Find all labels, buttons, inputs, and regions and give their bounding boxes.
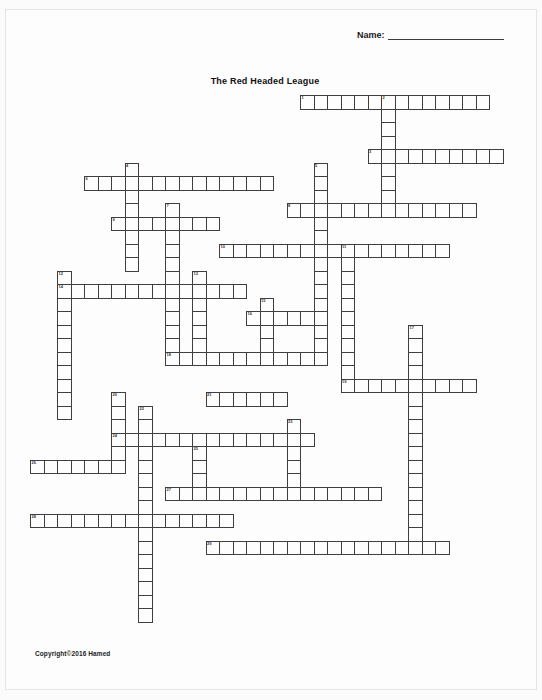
- crossword-cell[interactable]: [314, 271, 329, 286]
- crossword-cell[interactable]: [138, 446, 153, 461]
- crossword-cell[interactable]: [219, 541, 234, 556]
- crossword-cell[interactable]: [327, 244, 342, 259]
- clue-number: 14: [59, 285, 63, 289]
- crossword-cell[interactable]: [408, 473, 423, 488]
- crossword-cell[interactable]: [422, 379, 437, 394]
- crossword-cell[interactable]: [57, 325, 72, 340]
- crossword-cell[interactable]: [314, 325, 329, 340]
- crossword-cell[interactable]: [408, 419, 423, 434]
- crossword-cell[interactable]: [111, 406, 126, 421]
- crossword-cell[interactable]: [57, 392, 72, 407]
- crossword-cell[interactable]: [395, 541, 410, 556]
- crossword-cell[interactable]: [138, 284, 153, 299]
- crossword-cell[interactable]: [84, 460, 99, 475]
- crossword-cell[interactable]: [314, 311, 329, 326]
- crossword-cell[interactable]: [395, 203, 410, 218]
- crossword-cell[interactable]: [57, 338, 72, 353]
- crossword-cell[interactable]: [287, 460, 302, 475]
- crossword-cell[interactable]: [125, 433, 140, 448]
- crossword-cell[interactable]: [233, 176, 248, 191]
- crossword-cell[interactable]: [111, 284, 126, 299]
- crossword-cell[interactable]: [260, 338, 275, 353]
- crossword-cell[interactable]: [233, 541, 248, 556]
- crossword-cell[interactable]: [449, 203, 464, 218]
- crossword-cell[interactable]: [246, 176, 261, 191]
- crossword-cell[interactable]: [125, 257, 140, 272]
- crossword-cell[interactable]: [462, 95, 477, 110]
- crossword-cell[interactable]: [260, 176, 275, 191]
- crossword-cell[interactable]: [314, 217, 329, 232]
- crossword-cell[interactable]: [192, 325, 207, 340]
- crossword-cell[interactable]: [341, 365, 356, 380]
- crossword-cell[interactable]: 3: [368, 149, 383, 164]
- crossword-cell[interactable]: [206, 284, 221, 299]
- crossword-cell[interactable]: [300, 541, 315, 556]
- crossword-cell[interactable]: [138, 460, 153, 475]
- crossword-cell[interactable]: [111, 419, 126, 434]
- crossword-cell[interactable]: [111, 514, 126, 529]
- crossword-cell[interactable]: 26: [30, 460, 45, 475]
- crossword-cell[interactable]: 6: [84, 176, 99, 191]
- crossword-cell[interactable]: [341, 325, 356, 340]
- crossword-cell[interactable]: [138, 433, 153, 448]
- crossword-cell[interactable]: [138, 568, 153, 583]
- crossword-cell[interactable]: [246, 352, 261, 367]
- crossword-cell[interactable]: [449, 379, 464, 394]
- crossword-cell[interactable]: [246, 392, 261, 407]
- crossword-cell[interactable]: [219, 352, 234, 367]
- crossword-cell[interactable]: 22: [138, 406, 153, 421]
- crossword-cell[interactable]: [408, 392, 423, 407]
- crossword-cell[interactable]: [152, 176, 167, 191]
- crossword-cell[interactable]: [219, 487, 234, 502]
- crossword-cell[interactable]: [273, 487, 288, 502]
- crossword-cell[interactable]: [192, 176, 207, 191]
- crossword-cell[interactable]: [192, 284, 207, 299]
- crossword-cell[interactable]: [138, 176, 153, 191]
- crossword-cell[interactable]: [233, 352, 248, 367]
- crossword-cell[interactable]: [138, 419, 153, 434]
- crossword-cell[interactable]: [381, 122, 396, 137]
- crossword-cell[interactable]: [138, 595, 153, 610]
- crossword-cell[interactable]: [300, 311, 315, 326]
- crossword-cell[interactable]: [165, 514, 180, 529]
- crossword-cell[interactable]: [381, 190, 396, 205]
- crossword-cell[interactable]: [179, 487, 194, 502]
- crossword-cell[interactable]: 15: [260, 298, 275, 313]
- crossword-cell[interactable]: [354, 244, 369, 259]
- crossword-cell[interactable]: [341, 352, 356, 367]
- crossword-cell[interactable]: [435, 95, 450, 110]
- crossword-cell[interactable]: [57, 406, 72, 421]
- crossword-cell[interactable]: [354, 203, 369, 218]
- crossword-cell[interactable]: [314, 176, 329, 191]
- crossword-cell[interactable]: [422, 244, 437, 259]
- crossword-cell[interactable]: [57, 514, 72, 529]
- crossword-cell[interactable]: 21: [206, 392, 221, 407]
- crossword-cell[interactable]: [260, 487, 275, 502]
- crossword-cell[interactable]: [44, 460, 59, 475]
- crossword-cell[interactable]: [260, 541, 275, 556]
- crossword-cell[interactable]: [341, 338, 356, 353]
- crossword-cell[interactable]: [300, 203, 315, 218]
- crossword-cell[interactable]: [246, 433, 261, 448]
- crossword-cell[interactable]: 13: [192, 271, 207, 286]
- crossword-cell[interactable]: [435, 149, 450, 164]
- crossword-cell[interactable]: [408, 514, 423, 529]
- crossword-cell[interactable]: [206, 352, 221, 367]
- crossword-cell[interactable]: [233, 433, 248, 448]
- crossword-cell[interactable]: 9: [111, 217, 126, 232]
- crossword-cell[interactable]: [179, 433, 194, 448]
- crossword-cell[interactable]: 18: [165, 352, 180, 367]
- crossword-cell[interactable]: 23: [287, 419, 302, 434]
- crossword-cell[interactable]: [165, 338, 180, 353]
- crossword-cell[interactable]: [273, 311, 288, 326]
- crossword-cell[interactable]: [179, 217, 194, 232]
- crossword-cell[interactable]: [341, 298, 356, 313]
- crossword-cell[interactable]: [287, 541, 302, 556]
- crossword-cell[interactable]: [111, 460, 126, 475]
- crossword-cell[interactable]: [462, 149, 477, 164]
- clue-number: 22: [140, 407, 144, 411]
- crossword-cell[interactable]: [125, 203, 140, 218]
- crossword-cell[interactable]: [206, 514, 221, 529]
- crossword-cell[interactable]: [206, 433, 221, 448]
- crossword-cell[interactable]: [246, 487, 261, 502]
- crossword-cell[interactable]: [381, 149, 396, 164]
- crossword-cell[interactable]: [341, 257, 356, 272]
- crossword-cell[interactable]: [368, 541, 383, 556]
- crossword-cell[interactable]: [354, 541, 369, 556]
- crossword-cell[interactable]: [273, 352, 288, 367]
- crossword-cell[interactable]: 2: [381, 95, 396, 110]
- crossword-cell[interactable]: [408, 365, 423, 380]
- crossword-cell[interactable]: 28: [30, 514, 45, 529]
- crossword-cell[interactable]: [300, 487, 315, 502]
- crossword-cell[interactable]: [57, 379, 72, 394]
- crossword-cell[interactable]: [152, 514, 167, 529]
- crossword-cell[interactable]: 5: [314, 163, 329, 178]
- crossword-cell[interactable]: [71, 284, 86, 299]
- crossword-cell[interactable]: 19: [341, 379, 356, 394]
- crossword-cell[interactable]: [273, 433, 288, 448]
- crossword-cell[interactable]: [287, 446, 302, 461]
- crossword-cell[interactable]: [98, 514, 113, 529]
- crossword-cell[interactable]: [422, 541, 437, 556]
- crossword-cell[interactable]: [314, 230, 329, 245]
- crossword-cell[interactable]: [300, 352, 315, 367]
- name-line[interactable]: [388, 28, 504, 40]
- crossword-cell[interactable]: [165, 271, 180, 286]
- crossword-cell[interactable]: [192, 473, 207, 488]
- crossword-cell[interactable]: [314, 284, 329, 299]
- crossword-cell[interactable]: [287, 352, 302, 367]
- crossword-cell[interactable]: [192, 311, 207, 326]
- crossword-cell[interactable]: 25: [192, 446, 207, 461]
- crossword-cell[interactable]: [165, 257, 180, 272]
- crossword-cell[interactable]: [476, 95, 491, 110]
- crossword-cell[interactable]: [435, 541, 450, 556]
- crossword-cell[interactable]: [125, 176, 140, 191]
- crossword-cell[interactable]: [408, 433, 423, 448]
- crossword-cell[interactable]: [98, 176, 113, 191]
- crossword-cell[interactable]: [206, 217, 221, 232]
- crossword-cell[interactable]: 11: [341, 244, 356, 259]
- crossword-cell[interactable]: [165, 217, 180, 232]
- crossword-cell[interactable]: [125, 230, 140, 245]
- crossword-cell[interactable]: [219, 392, 234, 407]
- crossword-cell[interactable]: [314, 190, 329, 205]
- crossword-cell[interactable]: 10: [219, 244, 234, 259]
- crossword-cell[interactable]: [368, 379, 383, 394]
- crossword-cell[interactable]: [314, 257, 329, 272]
- crossword-cell[interactable]: [111, 176, 126, 191]
- crossword-cell[interactable]: [246, 541, 261, 556]
- crossword-cell[interactable]: [408, 379, 423, 394]
- clue-number: 6: [86, 177, 88, 181]
- crossword-cell[interactable]: [341, 271, 356, 286]
- crossword-cell[interactable]: [408, 487, 423, 502]
- crossword-cell[interactable]: [368, 95, 383, 110]
- crossword-cell[interactable]: [273, 244, 288, 259]
- crossword-cell[interactable]: [138, 487, 153, 502]
- crossword-cell[interactable]: [341, 311, 356, 326]
- crossword-cell[interactable]: [327, 95, 342, 110]
- crossword-cell[interactable]: [381, 541, 396, 556]
- crossword-cell[interactable]: [381, 109, 396, 124]
- crossword-cell[interactable]: [381, 203, 396, 218]
- crossword-cell[interactable]: [138, 217, 153, 232]
- crossword-cell[interactable]: [300, 433, 315, 448]
- crossword-cell[interactable]: [341, 203, 356, 218]
- crossword-cell[interactable]: [287, 433, 302, 448]
- crossword-cell[interactable]: [341, 95, 356, 110]
- crossword-cell[interactable]: [125, 514, 140, 529]
- crossword-cell[interactable]: [287, 487, 302, 502]
- crossword-cell[interactable]: 1: [300, 95, 315, 110]
- crossword-cell[interactable]: [165, 230, 180, 245]
- crossword-cell[interactable]: [57, 352, 72, 367]
- crossword-cell[interactable]: 8: [287, 203, 302, 218]
- crossword-cell[interactable]: [71, 514, 86, 529]
- crossword-cell[interactable]: [354, 95, 369, 110]
- crossword-cell[interactable]: [233, 244, 248, 259]
- crossword-cell[interactable]: [219, 433, 234, 448]
- crossword-cell[interactable]: [327, 203, 342, 218]
- crossword-cell[interactable]: [138, 608, 153, 623]
- crossword-cell[interactable]: [273, 541, 288, 556]
- crossword-cell[interactable]: [314, 352, 329, 367]
- crossword-cell[interactable]: [287, 311, 302, 326]
- crossword-cell[interactable]: 12: [57, 271, 72, 286]
- crossword-cell[interactable]: [408, 352, 423, 367]
- crossword-cell[interactable]: [233, 392, 248, 407]
- crossword-cell[interactable]: [381, 163, 396, 178]
- crossword-cell[interactable]: [57, 365, 72, 380]
- clue-number: 12: [59, 272, 63, 276]
- crossword-cell[interactable]: [408, 527, 423, 542]
- crossword-cell[interactable]: [314, 298, 329, 313]
- crossword-cell[interactable]: [489, 149, 504, 164]
- crossword-cell[interactable]: [98, 284, 113, 299]
- crossword-cell[interactable]: [408, 541, 423, 556]
- crossword-cell[interactable]: [422, 203, 437, 218]
- crossword-cell[interactable]: 29: [206, 541, 221, 556]
- crossword-cell[interactable]: [462, 203, 477, 218]
- crossword-cell[interactable]: [341, 487, 356, 502]
- crossword-cell[interactable]: [354, 487, 369, 502]
- crossword-cell[interactable]: [435, 379, 450, 394]
- crossword-cell[interactable]: [435, 203, 450, 218]
- crossword-cell[interactable]: [368, 487, 383, 502]
- crossword-cell[interactable]: [152, 217, 167, 232]
- crossword-cell[interactable]: [422, 149, 437, 164]
- crossword-cell[interactable]: [314, 541, 329, 556]
- crossword-cell[interactable]: [287, 244, 302, 259]
- crossword-cell[interactable]: [408, 446, 423, 461]
- crossword-cell[interactable]: [408, 149, 423, 164]
- crossword-cell[interactable]: [368, 203, 383, 218]
- crossword-cell[interactable]: [395, 244, 410, 259]
- crossword-cell[interactable]: [408, 244, 423, 259]
- crossword-cell[interactable]: [152, 284, 167, 299]
- crossword-cell[interactable]: [219, 514, 234, 529]
- crossword-cell[interactable]: [57, 460, 72, 475]
- crossword-cell[interactable]: [327, 541, 342, 556]
- crossword-cell[interactable]: [125, 217, 140, 232]
- crossword-cell[interactable]: [138, 541, 153, 556]
- crossword-cell[interactable]: [138, 581, 153, 596]
- crossword-cell[interactable]: [138, 514, 153, 529]
- crossword-cell[interactable]: [165, 244, 180, 259]
- crossword-cell[interactable]: [300, 244, 315, 259]
- crossword-cell[interactable]: [395, 95, 410, 110]
- crossword-cell[interactable]: [408, 500, 423, 515]
- crossword-cell[interactable]: [395, 379, 410, 394]
- crossword-cell[interactable]: [165, 311, 180, 326]
- crossword-cell[interactable]: [125, 284, 140, 299]
- crossword-cell[interactable]: [260, 392, 275, 407]
- crossword-cell[interactable]: [165, 176, 180, 191]
- crossword-cell[interactable]: [219, 176, 234, 191]
- crossword-cell[interactable]: 4: [125, 163, 140, 178]
- crossword-cell[interactable]: [381, 136, 396, 151]
- crossword-cell[interactable]: [138, 554, 153, 569]
- crossword-cell[interactable]: [111, 446, 126, 461]
- crossword-cell[interactable]: [179, 352, 194, 367]
- crossword-cell[interactable]: [165, 298, 180, 313]
- crossword-cell[interactable]: [233, 284, 248, 299]
- crossword-cell[interactable]: [314, 203, 329, 218]
- crossword-cell[interactable]: [381, 244, 396, 259]
- crossword-cell[interactable]: [192, 487, 207, 502]
- crossword-cell[interactable]: [57, 311, 72, 326]
- crossword-cell[interactable]: [449, 149, 464, 164]
- crossword-cell[interactable]: [422, 95, 437, 110]
- crossword-cell[interactable]: [192, 514, 207, 529]
- crossword-cell[interactable]: [260, 325, 275, 340]
- crossword-cell[interactable]: [381, 176, 396, 191]
- crossword-cell[interactable]: [192, 460, 207, 475]
- crossword-cell[interactable]: [57, 298, 72, 313]
- crossword-cell[interactable]: [408, 203, 423, 218]
- crossword-cell[interactable]: [449, 95, 464, 110]
- crossword-cell[interactable]: [192, 298, 207, 313]
- crossword-cell[interactable]: [273, 392, 288, 407]
- crossword-cell[interactable]: [462, 379, 477, 394]
- crossword-cell[interactable]: [395, 149, 410, 164]
- crossword-cell[interactable]: [192, 352, 207, 367]
- crossword-cell[interactable]: 27: [165, 487, 180, 502]
- crossword-cell[interactable]: [260, 433, 275, 448]
- crossword-cell[interactable]: [152, 433, 167, 448]
- crossword-cell[interactable]: [368, 244, 383, 259]
- crossword-cell[interactable]: [206, 176, 221, 191]
- crossword-cell[interactable]: 17: [408, 325, 423, 340]
- crossword-cell[interactable]: [314, 338, 329, 353]
- crossword-cell[interactable]: [314, 95, 329, 110]
- crossword-cell[interactable]: [138, 527, 153, 542]
- crossword-cell[interactable]: [98, 460, 113, 475]
- crossword-cell[interactable]: [192, 338, 207, 353]
- crossword-cell[interactable]: [408, 95, 423, 110]
- crossword-cell[interactable]: 7: [165, 203, 180, 218]
- crossword-cell[interactable]: [206, 487, 221, 502]
- crossword-cell[interactable]: [341, 541, 356, 556]
- crossword-cell[interactable]: 16: [246, 311, 261, 326]
- crossword-cell[interactable]: [125, 244, 140, 259]
- crossword-cell[interactable]: [165, 433, 180, 448]
- crossword-cell[interactable]: 20: [111, 392, 126, 407]
- crossword-cell[interactable]: [287, 473, 302, 488]
- crossword-cell[interactable]: [71, 460, 86, 475]
- crossword-cell[interactable]: [260, 352, 275, 367]
- crossword-cell[interactable]: [84, 284, 99, 299]
- crossword-cell[interactable]: [192, 433, 207, 448]
- crossword-cell[interactable]: [314, 487, 329, 502]
- crossword-cell[interactable]: [408, 460, 423, 475]
- crossword-cell[interactable]: [179, 514, 194, 529]
- crossword-cell[interactable]: [354, 379, 369, 394]
- crossword-cell[interactable]: [84, 514, 99, 529]
- crossword-cell[interactable]: [44, 514, 59, 529]
- crossword-cell[interactable]: [125, 190, 140, 205]
- crossword-cell[interactable]: 14: [57, 284, 72, 299]
- crossword-cell[interactable]: [138, 473, 153, 488]
- crossword-cell[interactable]: [408, 406, 423, 421]
- crossword-cell[interactable]: [179, 284, 194, 299]
- crossword-cell[interactable]: [327, 487, 342, 502]
- crossword-cell[interactable]: [219, 284, 234, 299]
- crossword-cell[interactable]: [435, 244, 450, 259]
- crossword-cell[interactable]: [408, 338, 423, 353]
- crossword-cell[interactable]: [314, 244, 329, 259]
- crossword-cell[interactable]: [476, 149, 491, 164]
- crossword-cell[interactable]: 24: [111, 433, 126, 448]
- crossword-cell[interactable]: [138, 500, 153, 515]
- crossword-cell[interactable]: [165, 325, 180, 340]
- crossword-cell[interactable]: [179, 176, 194, 191]
- crossword-cell[interactable]: [246, 244, 261, 259]
- crossword-cell[interactable]: [192, 217, 207, 232]
- crossword-cell[interactable]: [341, 284, 356, 299]
- crossword-cell[interactable]: [165, 284, 180, 299]
- crossword-cell[interactable]: [381, 379, 396, 394]
- crossword-cell[interactable]: [260, 311, 275, 326]
- crossword-cell[interactable]: [260, 244, 275, 259]
- crossword-cell[interactable]: [233, 487, 248, 502]
